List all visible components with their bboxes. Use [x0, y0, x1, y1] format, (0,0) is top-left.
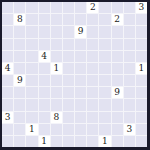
grid-cell-r2c5[interactable]: [63, 26, 74, 37]
grid-cell-r5c2[interactable]: [26, 63, 37, 74]
grid-cell-r1c10[interactable]: [124, 14, 135, 25]
grid-cell-r3c0[interactable]: [2, 39, 13, 50]
clue-cell-r1c1: 8: [14, 14, 25, 25]
grid-cell-r0c3[interactable]: [39, 2, 50, 13]
grid-cell-r6c6[interactable]: [75, 75, 86, 86]
grid-cell-r0c4[interactable]: [51, 2, 62, 13]
grid-cell-r8c4[interactable]: [51, 99, 62, 110]
grid-cell-r7c1[interactable]: [14, 87, 25, 98]
grid-cell-r4c9[interactable]: [112, 51, 123, 62]
grid-cell-r1c7[interactable]: [87, 14, 98, 25]
grid-cell-r0c8[interactable]: [99, 2, 110, 13]
grid-cell-r3c1[interactable]: [14, 39, 25, 50]
grid-cell-r2c0[interactable]: [2, 26, 13, 37]
grid-cell-r5c6[interactable]: [75, 63, 86, 74]
grid-cell-r10c4[interactable]: [51, 124, 62, 135]
clue-cell-r5c11: 1: [136, 63, 147, 74]
grid-cell-r5c7[interactable]: [87, 63, 98, 74]
grid-cell-r3c6[interactable]: [75, 39, 86, 50]
grid-cell-r4c10[interactable]: [124, 51, 135, 62]
grid-cell-r8c7[interactable]: [87, 99, 98, 110]
grid-cell-r8c2[interactable]: [26, 99, 37, 110]
grid-cell-r10c9[interactable]: [112, 124, 123, 135]
clue-cell-r11c8: 1: [99, 136, 110, 147]
grid-cell-r2c4[interactable]: [51, 26, 62, 37]
grid-cell-r3c3[interactable]: [39, 39, 50, 50]
grid-cell-r4c0[interactable]: [2, 51, 13, 62]
grid-cell-r8c1[interactable]: [14, 99, 25, 110]
clue-cell-r0c7: 2: [87, 2, 98, 13]
grid-cell-r8c0[interactable]: [2, 99, 13, 110]
grid-cell-r3c9[interactable]: [112, 39, 123, 50]
grid-cell-r0c0[interactable]: [2, 2, 13, 13]
grid-cell-r5c8[interactable]: [99, 63, 110, 74]
grid-cell-r10c8[interactable]: [99, 124, 110, 135]
grid-cell-r9c2[interactable]: [26, 112, 37, 123]
grid-cell-r10c1[interactable]: [14, 124, 25, 135]
grid-cell-r7c4[interactable]: [51, 87, 62, 98]
grid-cell-r1c8[interactable]: [99, 14, 110, 25]
grid-cell-r7c8[interactable]: [99, 87, 110, 98]
grid-cell-r11c1[interactable]: [14, 136, 25, 147]
clue-cell-r5c4: 1: [51, 63, 62, 74]
grid-cell-r4c4[interactable]: [51, 51, 62, 62]
grid-cell-r0c2[interactable]: [26, 2, 37, 13]
grid-cell-r1c6[interactable]: [75, 14, 86, 25]
grid-cell-r4c2[interactable]: [26, 51, 37, 62]
grid-cell-r0c9[interactable]: [112, 2, 123, 13]
grid-cell-r2c1[interactable]: [14, 26, 25, 37]
grid-cell-r11c0[interactable]: [2, 136, 13, 147]
grid-cell-r2c10[interactable]: [124, 26, 135, 37]
grid-cell-r6c7[interactable]: [87, 75, 98, 86]
clue-cell-r2c6: 9: [75, 26, 86, 37]
grid-cell-r8c9[interactable]: [112, 99, 123, 110]
grid-cell-r11c6[interactable]: [75, 136, 86, 147]
grid-cell-r10c5[interactable]: [63, 124, 74, 135]
clue-cell-r1c9: 2: [112, 14, 123, 25]
clue-cell-r10c2: 1: [26, 124, 37, 135]
grid-cell-r9c11[interactable]: [136, 112, 147, 123]
grid-cell-r7c0[interactable]: [2, 87, 13, 98]
grid-cell-r7c5[interactable]: [63, 87, 74, 98]
grid-cell-r10c3[interactable]: [39, 124, 50, 135]
grid-cell-r3c10[interactable]: [124, 39, 135, 50]
clue-cell-r0c11: 3: [136, 2, 147, 13]
clue-cell-r7c9: 9: [112, 87, 123, 98]
grid-cell-r8c11[interactable]: [136, 99, 147, 110]
grid-cell-r9c8[interactable]: [99, 112, 110, 123]
grid-cell-r6c4[interactable]: [51, 75, 62, 86]
grid-cell-r5c9[interactable]: [112, 63, 123, 74]
grid-cell-r2c8[interactable]: [99, 26, 110, 37]
grid-cell-r4c11[interactable]: [136, 51, 147, 62]
grid-cell-r9c5[interactable]: [63, 112, 74, 123]
grid-cell-r3c8[interactable]: [99, 39, 110, 50]
grid-cell-r11c2[interactable]: [26, 136, 37, 147]
grid-cell-r6c9[interactable]: [112, 75, 123, 86]
grid-cell-r6c3[interactable]: [39, 75, 50, 86]
grid-cell-r6c2[interactable]: [26, 75, 37, 86]
grid-cell-r1c4[interactable]: [51, 14, 62, 25]
grid-cell-r2c7[interactable]: [87, 26, 98, 37]
grid-cell-r6c11[interactable]: [136, 75, 147, 86]
grid-cell-r9c10[interactable]: [124, 112, 135, 123]
clue-cell-r11c3: 1: [39, 136, 50, 147]
grid-cell-r6c10[interactable]: [124, 75, 135, 86]
grid-cell-r1c11[interactable]: [136, 14, 147, 25]
clue-cell-r9c0: 3: [2, 112, 13, 123]
grid-cell-r8c6[interactable]: [75, 99, 86, 110]
grid-cell-r5c3[interactable]: [39, 63, 50, 74]
puzzle-board-frame: 23829441199381311: [0, 0, 150, 150]
clue-cell-r5c0: 4: [2, 63, 13, 74]
grid-cell-r0c6[interactable]: [75, 2, 86, 13]
grid-cell-r7c10[interactable]: [124, 87, 135, 98]
grid-cell-r5c10[interactable]: [124, 63, 135, 74]
grid-cell-r8c8[interactable]: [99, 99, 110, 110]
grid-cell-r8c3[interactable]: [39, 99, 50, 110]
grid-cell-r9c7[interactable]: [87, 112, 98, 123]
grid-cell-r7c7[interactable]: [87, 87, 98, 98]
grid-cell-r2c9[interactable]: [112, 26, 123, 37]
grid-cell-r0c5[interactable]: [63, 2, 74, 13]
clue-cell-r4c3: 4: [39, 51, 50, 62]
grid-cell-r1c3[interactable]: [39, 14, 50, 25]
grid-cell-r7c2[interactable]: [26, 87, 37, 98]
grid-cell-r7c3[interactable]: [39, 87, 50, 98]
grid-cell-r9c6[interactable]: [75, 112, 86, 123]
clue-cell-r6c1: 9: [14, 75, 25, 86]
grid-cell-r6c8[interactable]: [99, 75, 110, 86]
grid-cell-r4c8[interactable]: [99, 51, 110, 62]
grid-cell-r6c0[interactable]: [2, 75, 13, 86]
grid-cell-r10c11[interactable]: [136, 124, 147, 135]
grid-cell-r7c6[interactable]: [75, 87, 86, 98]
grid-cell-r10c7[interactable]: [87, 124, 98, 135]
clue-cell-r9c4: 8: [51, 112, 62, 123]
grid-cell-r7c11[interactable]: [136, 87, 147, 98]
grid-cell-r3c4[interactable]: [51, 39, 62, 50]
grid-cell-r11c11[interactable]: [136, 136, 147, 147]
grid-cell-r5c1[interactable]: [14, 63, 25, 74]
clue-cell-r10c10: 3: [124, 124, 135, 135]
grid-cell-r11c4[interactable]: [51, 136, 62, 147]
grid-cell-r8c5[interactable]: [63, 99, 74, 110]
grid-cell-r6c5[interactable]: [63, 75, 74, 86]
grid-cell-r11c7[interactable]: [87, 136, 98, 147]
grid-cell-r9c1[interactable]: [14, 112, 25, 123]
grid-cell-r3c2[interactable]: [26, 39, 37, 50]
grid-cell-r3c11[interactable]: [136, 39, 147, 50]
grid-cell-r3c5[interactable]: [63, 39, 74, 50]
grid-cell-r1c2[interactable]: [26, 14, 37, 25]
grid-cell-r2c11[interactable]: [136, 26, 147, 37]
grid-cell-r8c10[interactable]: [124, 99, 135, 110]
grid-cell-r10c0[interactable]: [2, 124, 13, 135]
puzzle-board: 23829441199381311: [2, 2, 147, 147]
grid-cell-r4c7[interactable]: [87, 51, 98, 62]
grid-cell-r4c5[interactable]: [63, 51, 74, 62]
grid-cell-r10c6[interactable]: [75, 124, 86, 135]
grid-cell-r1c5[interactable]: [63, 14, 74, 25]
grid-cell-r11c9[interactable]: [112, 136, 123, 147]
grid-cell-r2c3[interactable]: [39, 26, 50, 37]
grid-cell-r5c5[interactable]: [63, 63, 74, 74]
grid-cell-r11c5[interactable]: [63, 136, 74, 147]
grid-cell-r0c1[interactable]: [14, 2, 25, 13]
grid-cell-r4c1[interactable]: [14, 51, 25, 62]
grid-cell-r9c3[interactable]: [39, 112, 50, 123]
grid-cell-r2c2[interactable]: [26, 26, 37, 37]
grid-cell-r3c7[interactable]: [87, 39, 98, 50]
grid-cell-r4c6[interactable]: [75, 51, 86, 62]
grid-cell-r11c10[interactable]: [124, 136, 135, 147]
grid-cell-r0c10[interactable]: [124, 2, 135, 13]
grid-cell-r9c9[interactable]: [112, 112, 123, 123]
grid-cell-r1c0[interactable]: [2, 14, 13, 25]
